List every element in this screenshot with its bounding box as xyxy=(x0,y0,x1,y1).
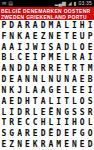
grid-cell-r6c9[interactable]: N xyxy=(63,74,71,85)
grid-cell-r11c9[interactable]: E xyxy=(63,128,71,139)
grid-cell-r4c4[interactable]: E xyxy=(24,52,32,63)
grid-cell-r2c10[interactable]: E xyxy=(71,31,79,42)
grid-cell-r10c3[interactable]: E xyxy=(16,117,24,128)
grid-cell-r5c10[interactable]: R xyxy=(71,63,79,74)
grid-cell-r8c12[interactable]: S xyxy=(86,96,94,107)
grid-cell-r10c8[interactable]: I xyxy=(55,117,63,128)
grid-cell-r8c7[interactable]: L xyxy=(47,96,55,107)
grid-cell-r11c7[interactable]: Ë xyxy=(47,128,55,139)
grid-cell-r3c2[interactable]: A xyxy=(8,42,16,53)
grid-cell-r9c9[interactable]: G xyxy=(63,107,71,118)
grid-cell-r3c12[interactable]: E xyxy=(86,42,94,53)
grid-cell-r3c3[interactable]: I xyxy=(16,42,24,53)
grid-cell-r4c5[interactable]: I xyxy=(31,52,39,63)
grid-cell-r12c5[interactable]: K xyxy=(31,139,39,150)
battery-icon: ▮ xyxy=(74,0,77,7)
grid-cell-r6c5[interactable]: N xyxy=(31,74,39,85)
grid-cell-r9c2[interactable]: I xyxy=(8,107,16,118)
clock-text: 03:35 xyxy=(78,0,92,7)
grid-cell-r10c1[interactable]: T xyxy=(0,117,8,128)
status-right-icons: ▂▄▆◢▮ xyxy=(55,0,77,7)
grid-cell-r6c4[interactable]: N xyxy=(24,74,32,85)
grid-cell-r9c12[interactable]: R xyxy=(86,107,94,118)
grid-cell-r12c11[interactable]: E xyxy=(78,139,86,150)
grid-cell-r7c4[interactable]: L xyxy=(24,85,32,96)
grid-cell-r12c8[interactable]: M xyxy=(55,139,63,150)
grid-cell-r5c9[interactable]: T xyxy=(63,63,71,74)
grid-cell-r1c5[interactable]: A xyxy=(31,20,39,31)
grid-cell-r3c4[interactable]: J xyxy=(24,42,32,53)
grid-cell-r10c5[interactable]: C xyxy=(31,117,39,128)
envelope-icon: ✉ xyxy=(2,0,6,7)
grid-cell-r7c12[interactable]: I xyxy=(86,85,94,96)
grid-cell-r6c12[interactable]: B xyxy=(86,74,94,85)
grid-cell-r9c5[interactable]: L xyxy=(31,107,39,118)
grid-cell-r5c12[interactable]: M xyxy=(86,63,94,74)
status-bar: ✉▤ ▂▄▆◢▮ 03:35 xyxy=(0,0,94,7)
grid-cell-r2c8[interactable]: E xyxy=(55,31,63,42)
grid-cell-r1c9[interactable]: L xyxy=(63,20,71,31)
grid-cell-r2c9[interactable]: T xyxy=(63,31,71,42)
grid-cell-r10c9[interactable]: I xyxy=(63,117,71,128)
grid-cell-r7c3[interactable]: J xyxy=(16,85,24,96)
grid-cell-r1c1[interactable]: P xyxy=(0,20,8,31)
grid-cell-r11c12[interactable]: O xyxy=(86,128,94,139)
grid-cell-r6c10[interactable]: A xyxy=(71,74,79,85)
grid-cell-r2c12[interactable]: P xyxy=(86,31,94,42)
grid-cell-r1c7[interactable]: M xyxy=(47,20,55,31)
grid-cell-r2c1[interactable]: F xyxy=(0,31,8,42)
grid-cell-r4c1[interactable]: B xyxy=(0,52,8,63)
grid-cell-r12c7[interactable]: A xyxy=(47,139,55,150)
grid-cell-r9c8[interactable]: N xyxy=(55,107,63,118)
grid-cell-r8c9[interactable]: T xyxy=(63,96,71,107)
grid-cell-r6c11[interactable]: E xyxy=(78,74,86,85)
grid-cell-r6c8[interactable]: U xyxy=(55,74,63,85)
grid-cell-r9c3[interactable]: D xyxy=(16,107,24,118)
grid-cell-r10c7[interactable]: L xyxy=(47,117,55,128)
grid-cell-r7c2[interactable]: K xyxy=(8,85,16,96)
grid-cell-r4c2[interactable]: L xyxy=(8,52,16,63)
grid-cell-r9c11[interactable]: S xyxy=(78,107,86,118)
word-list-banner: BELGIË DENEMARKEN OOSTENR ZWEDEN GRIEKEN… xyxy=(0,7,94,20)
grid-cell-r8c1[interactable]: A xyxy=(0,96,8,107)
grid-cell-r8c4[interactable]: H xyxy=(24,96,32,107)
grid-cell-r1c10[interactable]: I xyxy=(71,20,79,31)
grid-cell-r11c8[interactable]: D xyxy=(55,128,63,139)
grid-cell-r5c8[interactable]: E xyxy=(55,63,63,74)
grid-cell-r3c1[interactable]: A xyxy=(0,42,8,53)
grid-cell-r2c7[interactable]: N xyxy=(47,31,55,42)
grid-cell-r1c4[interactable]: R xyxy=(24,20,32,31)
grid-cell-r6c2[interactable]: E xyxy=(8,74,16,85)
grid-cell-r12c4[interactable]: E xyxy=(24,139,32,150)
grid-cell-r1c3[interactable]: A xyxy=(16,20,24,31)
grid-cell-r8c11[interactable]: O xyxy=(78,96,86,107)
grid-cell-r2c4[interactable]: A xyxy=(24,31,32,42)
grid-cell-r3c9[interactable]: D xyxy=(63,42,71,53)
grid-cell-r3c7[interactable]: S xyxy=(47,42,55,53)
grid-cell-r1c12[interactable]: I xyxy=(86,20,94,31)
grid-cell-r8c8[interactable]: I xyxy=(55,96,63,107)
grid-cell-r4c12[interactable]: I xyxy=(86,52,94,63)
grid-cell-r4c7[interactable]: M xyxy=(47,52,55,63)
grid-cell-r8c2[interactable]: E xyxy=(8,96,16,107)
grid-cell-r10c11[interactable]: O xyxy=(78,117,86,128)
word-search-grid[interactable]: PDARADMALIHIFNKAEZNETEUPAAIJWISADLOEBLCE… xyxy=(0,20,94,150)
grid-cell-r3c8[interactable]: A xyxy=(55,42,63,53)
grid-cell-r8c3[interactable]: D xyxy=(16,96,24,107)
grid-cell-r6c1[interactable]: D xyxy=(0,74,8,85)
grid-cell-r10c4[interactable]: C xyxy=(24,117,32,128)
grid-cell-r12c9[interactable]: E xyxy=(63,139,71,150)
grid-cell-r12c3[interactable]: N xyxy=(16,139,24,150)
grid-cell-r4c3[interactable]: C xyxy=(16,52,24,63)
grid-cell-r6c7[interactable]: N xyxy=(47,74,55,85)
grid-cell-r7c5[interactable]: A xyxy=(31,85,39,96)
grid-cell-r12c2[interactable]: Z xyxy=(8,139,16,150)
grid-cell-r2c11[interactable]: U xyxy=(78,31,86,42)
grid-cell-r10c6[interactable]: H xyxy=(39,117,47,128)
grid-cell-r2c2[interactable]: N xyxy=(8,31,16,42)
grid-cell-r12c6[interactable]: R xyxy=(39,139,47,150)
grid-cell-r3c10[interactable]: L xyxy=(71,42,79,53)
grid-cell-r2c5[interactable]: E xyxy=(31,31,39,42)
grid-cell-r11c1[interactable]: S xyxy=(0,128,8,139)
grid-cell-r1c8[interactable]: A xyxy=(55,20,63,31)
grid-cell-r4c8[interactable]: E xyxy=(55,52,63,63)
grid-cell-r7c6[interactable]: A xyxy=(39,85,47,96)
grid-cell-r4c6[interactable]: P xyxy=(39,52,47,63)
grid-cell-r1c2[interactable]: D xyxy=(8,20,16,31)
grid-cell-r10c12[interactable]: L xyxy=(86,117,94,128)
grid-cell-r2c3[interactable]: K xyxy=(16,31,24,42)
grid-cell-r5c2[interactable]: N xyxy=(8,63,16,74)
grid-cell-r8c5[interactable]: T xyxy=(31,96,39,107)
grid-cell-r5c1[interactable]: A xyxy=(0,63,8,74)
grid-cell-r9c1[interactable]: L xyxy=(0,107,8,118)
network-triangle-icon: ◢ xyxy=(68,0,72,7)
grid-cell-r3c11[interactable]: O xyxy=(78,42,86,53)
grid-cell-r7c11[interactable]: E xyxy=(78,85,86,96)
grid-cell-r5c11[interactable]: T xyxy=(78,63,86,74)
grid-cell-r7c8[interactable]: E xyxy=(55,85,63,96)
status-right-cluster: ▂▄▆◢▮ 03:35 xyxy=(55,0,92,7)
grid-cell-r4c11[interactable]: A xyxy=(78,52,86,63)
grid-cell-r1c6[interactable]: D xyxy=(39,20,47,31)
grid-cell-r9c10[interactable]: S xyxy=(71,107,79,118)
grid-cell-r7c1[interactable]: N xyxy=(0,85,8,96)
grid-cell-r9c6[interactable]: E xyxy=(39,107,47,118)
grid-cell-r8c6[interactable]: A xyxy=(39,96,47,107)
grid-cell-r2c6[interactable]: Z xyxy=(39,31,47,42)
grid-cell-r11c6[interactable]: D xyxy=(39,128,47,139)
grid-cell-r5c3[interactable]: D xyxy=(16,63,24,74)
grid-cell-r12c10[interactable]: N xyxy=(71,139,79,150)
grid-cell-r7c9[interactable]: L xyxy=(63,85,71,96)
sd-card-icon: ▤ xyxy=(8,0,13,7)
grid-cell-r7c7[interactable]: G xyxy=(47,85,55,96)
grid-cell-r5c4[interactable]: D xyxy=(24,63,32,74)
grid-cell-r11c10[interactable]: F xyxy=(71,128,79,139)
grid-cell-r4c10[interactable]: R xyxy=(71,52,79,63)
grid-cell-r5c7[interactable]: R xyxy=(47,63,55,74)
status-left-icons: ✉▤ xyxy=(2,0,13,7)
grid-cell-r12c12[interactable]: D xyxy=(86,139,94,150)
grid-cell-r4c9[interactable]: L xyxy=(63,52,71,63)
grid-cell-r11c2[interactable]: G xyxy=(8,128,16,139)
grid-cell-r6c6[interactable]: L xyxy=(39,74,47,85)
grid-cell-r3c6[interactable]: I xyxy=(39,42,47,53)
grid-cell-r6c3[interactable]: A xyxy=(16,74,24,85)
grid-cell-r5c5[interactable]: A xyxy=(31,63,39,74)
grid-cell-r1c11[interactable]: H xyxy=(78,20,86,31)
grid-cell-r11c3[interactable]: A xyxy=(16,128,24,139)
grid-cell-r9c4[interactable]: R xyxy=(24,107,32,118)
grid-cell-r12c1[interactable]: E xyxy=(0,139,8,150)
grid-cell-r3c5[interactable]: W xyxy=(31,42,39,53)
grid-cell-r5c6[interactable]: R xyxy=(39,63,47,74)
grid-cell-r8c10[interactable]: L xyxy=(71,96,79,107)
grid-cell-r10c10[interactable]: H xyxy=(71,117,79,128)
grid-cell-r11c4[interactable]: R xyxy=(24,128,32,139)
grid-cell-r9c7[interactable]: Ë xyxy=(47,107,55,118)
grid-cell-r11c5[interactable]: E xyxy=(31,128,39,139)
grid-cell-r10c2[interactable]: R xyxy=(8,117,16,128)
grid-cell-r11c11[interactable]: G xyxy=(78,128,86,139)
grid-cell-r7c10[interactable]: E xyxy=(71,85,79,96)
signal-strength-icon: ▂▄▆ xyxy=(55,0,66,7)
